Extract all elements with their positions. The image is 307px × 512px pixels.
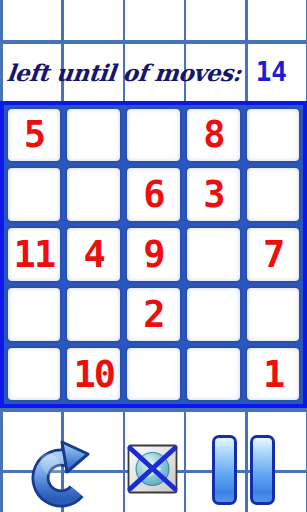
board-cell-number[interactable]: 2 (125, 286, 182, 343)
board-cell-number[interactable]: 5 (6, 107, 63, 164)
board-cell-empty[interactable] (6, 346, 63, 403)
game-screen: left until of moves: 14 5863114972101 (0, 0, 307, 512)
cell-number: 4 (84, 236, 104, 273)
puzzle-board: 5863114972101 (0, 101, 307, 408)
board-cell-number[interactable]: 10 (65, 346, 122, 403)
board-cell-empty[interactable] (245, 166, 302, 223)
moves-left-label: left until of moves: (6, 59, 243, 86)
restart-button[interactable] (30, 433, 92, 509)
cancel-game-button[interactable] (126, 443, 179, 495)
board-cell-empty[interactable] (6, 166, 63, 223)
board-cell-number[interactable]: 1 (245, 346, 302, 403)
cell-number: 5 (24, 116, 44, 153)
board-cell-number[interactable]: 9 (125, 226, 182, 283)
board-cell-empty[interactable] (65, 166, 122, 223)
cell-number: 2 (143, 296, 163, 333)
restart-icon (30, 433, 92, 509)
board-cell-empty[interactable] (185, 346, 242, 403)
cell-number: 1 (263, 356, 283, 393)
pause-bar-left-icon (212, 435, 237, 505)
board-cell-number[interactable]: 7 (245, 226, 302, 283)
board-cell-empty[interactable] (245, 286, 302, 343)
board-cell-number[interactable]: 11 (6, 226, 63, 283)
board-cell-empty[interactable] (6, 286, 63, 343)
board-cell-empty[interactable] (65, 107, 122, 164)
crossed-play-icon (126, 443, 179, 495)
board-cell-number[interactable]: 6 (125, 166, 182, 223)
cell-number: 7 (263, 236, 283, 273)
moves-left-value: 14 (256, 57, 287, 87)
board-cell-number[interactable]: 4 (65, 226, 122, 283)
board-cell-empty[interactable] (245, 107, 302, 164)
cell-number: 6 (143, 176, 163, 213)
board-cell-empty[interactable] (65, 286, 122, 343)
cell-number: 11 (14, 236, 55, 273)
pause-bar-right-icon (250, 435, 275, 505)
cell-number: 8 (203, 116, 223, 153)
header-bar: left until of moves: 14 (0, 44, 307, 100)
cell-number: 9 (143, 236, 163, 273)
board-cell-empty[interactable] (125, 107, 182, 164)
pause-button[interactable] (212, 435, 280, 507)
board-cell-number[interactable]: 8 (185, 107, 242, 164)
cell-number: 3 (203, 176, 223, 213)
board-cell-empty[interactable] (185, 286, 242, 343)
board-cell-empty[interactable] (125, 346, 182, 403)
board-cell-number[interactable]: 3 (185, 166, 242, 223)
cell-number: 10 (73, 356, 114, 393)
board-cell-empty[interactable] (185, 226, 242, 283)
